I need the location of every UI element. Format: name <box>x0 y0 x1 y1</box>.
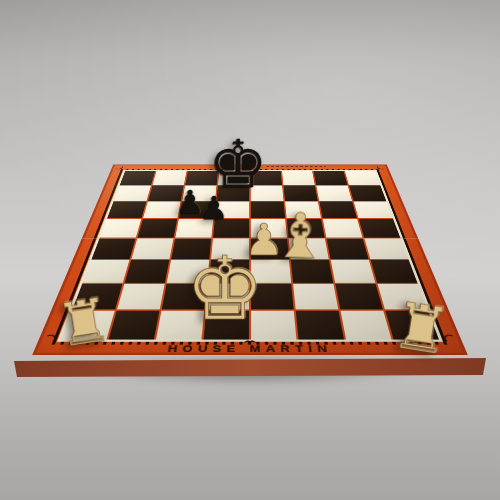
piece-white-rook-h1: ♜ <box>388 293 455 365</box>
pieces-layer: ♚♟♟♟♝♚♜♜ <box>0 0 500 500</box>
piece-black-pawn-2: ♟ <box>200 192 229 224</box>
piece-white-bishop: ♝ <box>271 204 329 268</box>
piece-white-rook-a1: ♜ <box>53 288 116 356</box>
photo-backdrop: HOUSE MARTIN ♚♟♟♟♝♚♜♜ <box>0 0 500 500</box>
piece-white-king: ♚ <box>186 245 265 333</box>
